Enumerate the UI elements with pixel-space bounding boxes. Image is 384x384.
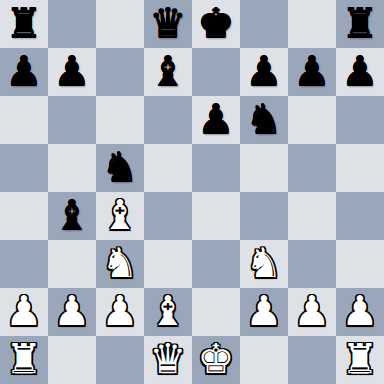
square-a1[interactable]: ♜ [0, 336, 48, 384]
piece-black-knight[interactable]: ♞ [102, 144, 139, 191]
square-c5[interactable]: ♞ [96, 144, 144, 192]
piece-white-bishop[interactable]: ♝ [150, 288, 187, 335]
square-c4[interactable]: ♝ [96, 192, 144, 240]
piece-white-pawn[interactable]: ♟ [246, 288, 283, 335]
piece-black-knight[interactable]: ♞ [246, 96, 283, 143]
square-g5[interactable] [288, 144, 336, 192]
square-b8[interactable] [48, 0, 96, 48]
square-d2[interactable]: ♝ [144, 288, 192, 336]
square-h2[interactable]: ♟ [336, 288, 384, 336]
piece-white-rook[interactable]: ♜ [6, 336, 43, 383]
piece-white-bishop[interactable]: ♝ [102, 192, 139, 239]
piece-white-king[interactable]: ♚ [198, 336, 235, 383]
square-f6[interactable]: ♞ [240, 96, 288, 144]
square-f2[interactable]: ♟ [240, 288, 288, 336]
square-c2[interactable]: ♟ [96, 288, 144, 336]
square-a8[interactable]: ♜ [0, 0, 48, 48]
piece-black-rook[interactable]: ♜ [342, 0, 379, 47]
chess-board: ♜♛♚♜♟♟♝♟♟♟♟♞♞♝♝♞♞♟♟♟♝♟♟♟♜♛♚♜ [0, 0, 384, 384]
piece-white-pawn[interactable]: ♟ [342, 288, 379, 335]
square-d3[interactable] [144, 240, 192, 288]
piece-black-bishop[interactable]: ♝ [54, 192, 91, 239]
square-g1[interactable] [288, 336, 336, 384]
piece-black-pawn[interactable]: ♟ [198, 96, 235, 143]
piece-black-pawn[interactable]: ♟ [6, 48, 43, 95]
square-h6[interactable] [336, 96, 384, 144]
board-grid: ♜♛♚♜♟♟♝♟♟♟♟♞♞♝♝♞♞♟♟♟♝♟♟♟♜♛♚♜ [0, 0, 384, 384]
square-g2[interactable]: ♟ [288, 288, 336, 336]
piece-black-queen[interactable]: ♛ [150, 0, 187, 47]
square-f3[interactable]: ♞ [240, 240, 288, 288]
square-f1[interactable] [240, 336, 288, 384]
square-b5[interactable] [48, 144, 96, 192]
square-g7[interactable]: ♟ [288, 48, 336, 96]
square-c3[interactable]: ♞ [96, 240, 144, 288]
square-a7[interactable]: ♟ [0, 48, 48, 96]
square-d6[interactable] [144, 96, 192, 144]
piece-black-pawn[interactable]: ♟ [342, 48, 379, 95]
square-e5[interactable] [192, 144, 240, 192]
square-e2[interactable] [192, 288, 240, 336]
square-d5[interactable] [144, 144, 192, 192]
square-c6[interactable] [96, 96, 144, 144]
square-f7[interactable]: ♟ [240, 48, 288, 96]
piece-white-queen[interactable]: ♛ [150, 336, 187, 383]
piece-white-rook[interactable]: ♜ [342, 336, 379, 383]
square-a3[interactable] [0, 240, 48, 288]
square-b1[interactable] [48, 336, 96, 384]
square-h7[interactable]: ♟ [336, 48, 384, 96]
square-e3[interactable] [192, 240, 240, 288]
piece-black-bishop[interactable]: ♝ [150, 48, 187, 95]
square-h3[interactable] [336, 240, 384, 288]
square-e6[interactable]: ♟ [192, 96, 240, 144]
square-b7[interactable]: ♟ [48, 48, 96, 96]
square-e7[interactable] [192, 48, 240, 96]
square-e4[interactable] [192, 192, 240, 240]
square-b2[interactable]: ♟ [48, 288, 96, 336]
square-h1[interactable]: ♜ [336, 336, 384, 384]
piece-black-pawn[interactable]: ♟ [246, 48, 283, 95]
piece-white-pawn[interactable]: ♟ [6, 288, 43, 335]
piece-white-pawn[interactable]: ♟ [294, 288, 331, 335]
square-c1[interactable] [96, 336, 144, 384]
square-h4[interactable] [336, 192, 384, 240]
square-f4[interactable] [240, 192, 288, 240]
square-e1[interactable]: ♚ [192, 336, 240, 384]
square-g4[interactable] [288, 192, 336, 240]
piece-black-pawn[interactable]: ♟ [54, 48, 91, 95]
square-d1[interactable]: ♛ [144, 336, 192, 384]
piece-black-pawn[interactable]: ♟ [294, 48, 331, 95]
piece-white-knight[interactable]: ♞ [102, 240, 139, 287]
square-g6[interactable] [288, 96, 336, 144]
square-a5[interactable] [0, 144, 48, 192]
square-c7[interactable] [96, 48, 144, 96]
piece-white-pawn[interactable]: ♟ [102, 288, 139, 335]
square-b3[interactable] [48, 240, 96, 288]
square-b4[interactable]: ♝ [48, 192, 96, 240]
square-a2[interactable]: ♟ [0, 288, 48, 336]
square-d8[interactable]: ♛ [144, 0, 192, 48]
square-h5[interactable] [336, 144, 384, 192]
piece-black-rook[interactable]: ♜ [6, 0, 43, 47]
square-c8[interactable] [96, 0, 144, 48]
square-g8[interactable] [288, 0, 336, 48]
square-f8[interactable] [240, 0, 288, 48]
square-f5[interactable] [240, 144, 288, 192]
piece-black-king[interactable]: ♚ [198, 0, 235, 47]
square-g3[interactable] [288, 240, 336, 288]
square-b6[interactable] [48, 96, 96, 144]
square-a6[interactable] [0, 96, 48, 144]
square-d4[interactable] [144, 192, 192, 240]
square-a4[interactable] [0, 192, 48, 240]
square-h8[interactable]: ♜ [336, 0, 384, 48]
piece-white-knight[interactable]: ♞ [246, 240, 283, 287]
square-e8[interactable]: ♚ [192, 0, 240, 48]
piece-white-pawn[interactable]: ♟ [54, 288, 91, 335]
square-d7[interactable]: ♝ [144, 48, 192, 96]
